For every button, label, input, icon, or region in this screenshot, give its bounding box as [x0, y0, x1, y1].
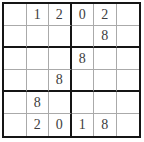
- cell-given-r4c3: 8: [49, 70, 72, 92]
- cell-empty-r3c1[interactable]: [4, 48, 27, 70]
- cell-empty-r5c3[interactable]: [49, 92, 72, 114]
- sudoku-board: 120288882018: [2, 2, 141, 138]
- cell-given-r2c5: 8: [94, 26, 117, 48]
- cell-given-r5c2: 8: [27, 92, 50, 114]
- cell-empty-r2c1[interactable]: [4, 26, 27, 48]
- cell-empty-r1c1[interactable]: [4, 4, 27, 26]
- cell-empty-r4c4[interactable]: [72, 70, 95, 92]
- cell-empty-r4c5[interactable]: [94, 70, 117, 92]
- cell-empty-r4c2[interactable]: [27, 70, 50, 92]
- cell-empty-r2c4[interactable]: [72, 26, 95, 48]
- cell-given-r6c5: 8: [94, 114, 117, 136]
- cell-empty-r5c5[interactable]: [94, 92, 117, 114]
- cell-given-r1c5: 2: [94, 4, 117, 26]
- cell-empty-r2c2[interactable]: [27, 26, 50, 48]
- cell-given-r1c3: 2: [49, 4, 72, 26]
- cell-given-r6c2: 2: [27, 114, 50, 136]
- cell-empty-r4c6[interactable]: [117, 70, 140, 92]
- cell-given-r1c4: 0: [72, 4, 95, 26]
- cell-empty-r5c1[interactable]: [4, 92, 27, 114]
- cell-empty-r6c6[interactable]: [117, 114, 140, 136]
- cell-empty-r6c1[interactable]: [4, 114, 27, 136]
- cell-empty-r3c5[interactable]: [94, 48, 117, 70]
- puzzle-page: 120288882018: [0, 0, 144, 142]
- cell-empty-r3c6[interactable]: [117, 48, 140, 70]
- cell-empty-r2c3[interactable]: [49, 26, 72, 48]
- cell-empty-r2c6[interactable]: [117, 26, 140, 48]
- cell-empty-r5c4[interactable]: [72, 92, 95, 114]
- cell-empty-r3c2[interactable]: [27, 48, 50, 70]
- cell-empty-r5c6[interactable]: [117, 92, 140, 114]
- cell-given-r6c3: 0: [49, 114, 72, 136]
- cell-given-r6c4: 1: [72, 114, 95, 136]
- cell-empty-r4c1[interactable]: [4, 70, 27, 92]
- cell-given-r3c4: 8: [72, 48, 95, 70]
- cell-given-r1c2: 1: [27, 4, 50, 26]
- cell-empty-r3c3[interactable]: [49, 48, 72, 70]
- cell-empty-r1c6[interactable]: [117, 4, 140, 26]
